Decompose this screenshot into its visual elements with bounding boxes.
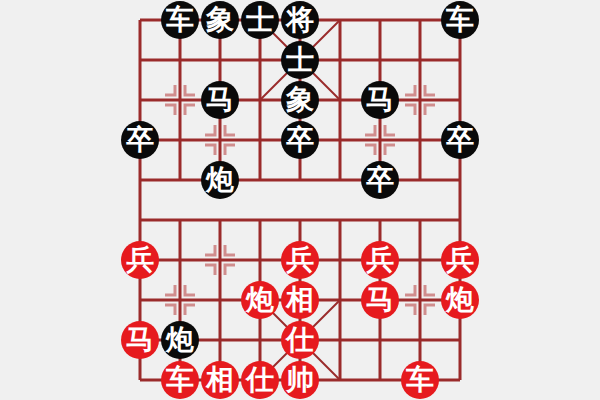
- piece-black-general[interactable]: 将: [281, 1, 319, 39]
- piece-red-chariot[interactable]: 车: [401, 361, 439, 399]
- piece-red-soldier[interactable]: 兵: [121, 241, 159, 279]
- piece-black-advisor[interactable]: 士: [281, 41, 319, 79]
- piece-black-chariot[interactable]: 车: [161, 1, 199, 39]
- piece-black-soldier[interactable]: 卒: [281, 121, 319, 159]
- piece-black-soldier[interactable]: 卒: [121, 121, 159, 159]
- piece-black-advisor[interactable]: 士: [241, 1, 279, 39]
- piece-red-elephant[interactable]: 相: [281, 281, 319, 319]
- piece-red-advisor[interactable]: 仕: [241, 361, 279, 399]
- piece-black-cannon[interactable]: 炮: [161, 321, 199, 359]
- xiangqi-board: 车象士将车士马象马卒卒卒炮卒兵兵兵兵炮相马炮马炮仕车相仕帅车: [0, 0, 600, 400]
- piece-red-horse[interactable]: 马: [361, 281, 399, 319]
- piece-black-chariot[interactable]: 车: [441, 1, 479, 39]
- piece-black-horse[interactable]: 马: [361, 81, 399, 119]
- piece-red-soldier[interactable]: 兵: [281, 241, 319, 279]
- piece-red-soldier[interactable]: 兵: [441, 241, 479, 279]
- piece-black-elephant[interactable]: 象: [201, 1, 239, 39]
- piece-black-cannon[interactable]: 炮: [201, 161, 239, 199]
- piece-black-soldier[interactable]: 卒: [441, 121, 479, 159]
- piece-red-chariot[interactable]: 车: [161, 361, 199, 399]
- piece-red-soldier[interactable]: 兵: [361, 241, 399, 279]
- piece-red-general[interactable]: 帅: [281, 361, 319, 399]
- piece-red-cannon[interactable]: 炮: [441, 281, 479, 319]
- piece-red-horse[interactable]: 马: [121, 321, 159, 359]
- piece-red-cannon[interactable]: 炮: [241, 281, 279, 319]
- board-grid: 车象士将车士马象马卒卒卒炮卒兵兵兵兵炮相马炮马炮仕车相仕帅车: [120, 0, 480, 400]
- piece-black-elephant[interactable]: 象: [281, 81, 319, 119]
- piece-black-horse[interactable]: 马: [201, 81, 239, 119]
- piece-red-elephant[interactable]: 相: [201, 361, 239, 399]
- piece-red-advisor[interactable]: 仕: [281, 321, 319, 359]
- piece-black-soldier[interactable]: 卒: [361, 161, 399, 199]
